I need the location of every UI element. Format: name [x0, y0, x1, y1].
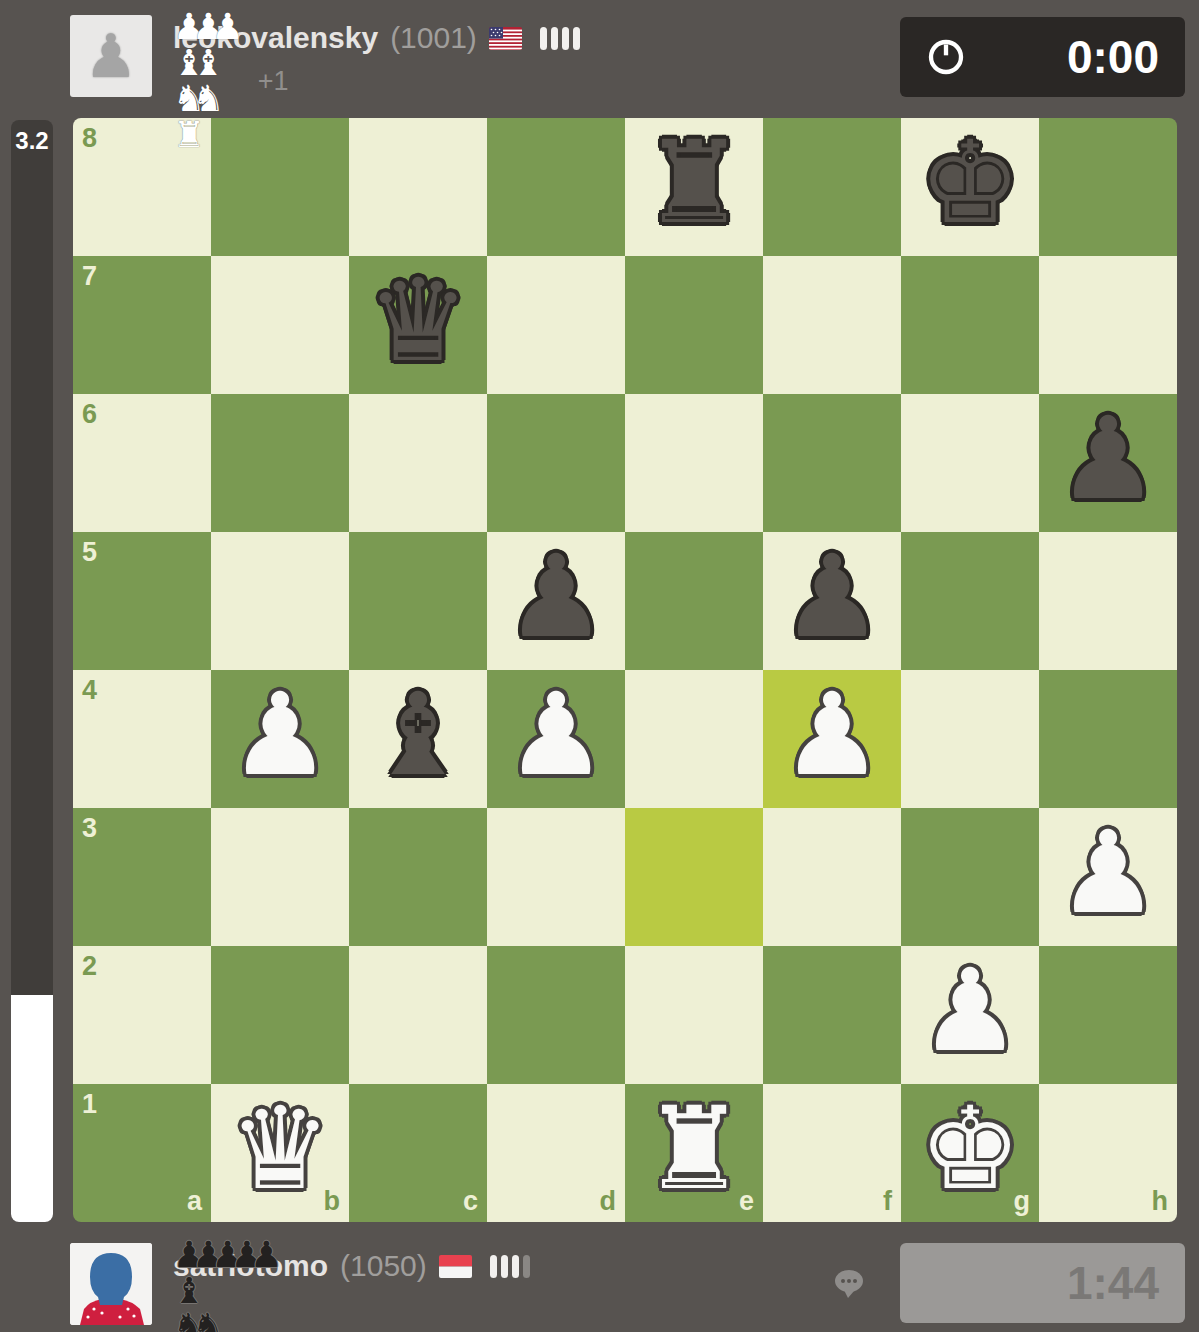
captured-bishop-icon: ♝ — [173, 1273, 205, 1309]
material-advantage: +1 — [258, 66, 289, 97]
rank-label-3: 3 — [82, 815, 97, 842]
square-h5[interactable] — [1039, 532, 1177, 670]
square-f6[interactable] — [763, 394, 901, 532]
square-a6[interactable]: 6 — [73, 394, 211, 532]
square-d8[interactable] — [487, 118, 625, 256]
square-a1[interactable]: 1a — [73, 1084, 211, 1222]
player-bottom-rating: (1050) — [340, 1249, 427, 1283]
captured-pawn-icon: ♟ — [250, 1237, 282, 1273]
square-e5[interactable] — [625, 532, 763, 670]
player-top-info: leokovalensky (1001) ♟♟♟♝♝♞♞♜ + — [173, 21, 580, 99]
captured-pawn-icon: ♟ — [212, 9, 244, 45]
file-label-c: c — [463, 1188, 478, 1215]
player-top-clock: 0:00 — [900, 17, 1185, 97]
signal-bar — [573, 27, 580, 50]
evaluation-bar-white-section — [11, 995, 53, 1222]
captured-group: ♝ — [173, 1273, 282, 1309]
square-f8[interactable] — [763, 118, 901, 256]
square-c1[interactable]: c — [349, 1084, 487, 1222]
captured-rook-icon: ♜ — [173, 117, 205, 153]
black-rook-e8[interactable]: ♜ — [643, 126, 745, 240]
square-b7[interactable] — [211, 256, 349, 394]
square-g2[interactable]: ♟ — [901, 946, 1039, 1084]
captured-group: ♟♟♟♟♟ — [173, 1237, 282, 1273]
indonesia-flag-icon — [439, 1255, 472, 1278]
square-e8[interactable]: ♜ — [625, 118, 763, 256]
square-c7[interactable]: ♛ — [349, 256, 487, 394]
clock-icon — [926, 37, 966, 77]
captured-group: ♝♝ — [173, 45, 244, 81]
square-f1[interactable]: f — [763, 1084, 901, 1222]
file-label-d: d — [600, 1188, 617, 1215]
square-g1[interactable]: g♚ — [901, 1084, 1039, 1222]
captured-group: ♟♟♟ — [173, 9, 244, 45]
white-queen-b1[interactable]: ♛ — [229, 1092, 331, 1206]
square-f4[interactable]: ♟ — [763, 670, 901, 808]
square-e1[interactable]: e♜ — [625, 1084, 763, 1222]
rank-label-2: 2 — [82, 953, 97, 980]
square-e4[interactable] — [625, 670, 763, 808]
square-d7[interactable] — [487, 256, 625, 394]
square-b3[interactable] — [211, 808, 349, 946]
square-h6[interactable]: ♟ — [1039, 394, 1177, 532]
square-a4[interactable]: 4 — [73, 670, 211, 808]
white-pawn-f4[interactable]: ♟ — [781, 678, 883, 792]
captured-group: ♞♞ — [173, 1309, 282, 1332]
square-c2[interactable] — [349, 946, 487, 1084]
square-c5[interactable] — [349, 532, 487, 670]
file-label-a: a — [187, 1188, 202, 1215]
square-d2[interactable] — [487, 946, 625, 1084]
rank-label-7: 7 — [82, 263, 97, 290]
player-top-connection-signal-icon — [540, 27, 580, 50]
chess-game-screen: 3.2 8♜♚7♛6♟5♟♟4♟♝♟♟3♟2♟1ab♛cde♜fg♚h ♟ le… — [0, 0, 1199, 1332]
signal-bar — [512, 1255, 519, 1278]
square-f3[interactable] — [763, 808, 901, 946]
white-pawn-b4[interactable]: ♟ — [229, 678, 331, 792]
signal-bar — [562, 27, 569, 50]
captured-knight-icon: ♞ — [192, 1309, 224, 1332]
square-h1[interactable]: h — [1039, 1084, 1177, 1222]
square-h2[interactable] — [1039, 946, 1177, 1084]
captured-black-pieces: ♟♟♟♟♟♝♞♞♜ — [173, 1237, 282, 1332]
square-f7[interactable] — [763, 256, 901, 394]
square-b6[interactable] — [211, 394, 349, 532]
file-label-h: h — [1152, 1188, 1169, 1215]
square-g7[interactable] — [901, 256, 1039, 394]
chess-board: 8♜♚7♛6♟5♟♟4♟♝♟♟3♟2♟1ab♛cde♜fg♚h — [73, 118, 1177, 1222]
square-e3[interactable] — [625, 808, 763, 946]
square-d3[interactable] — [487, 808, 625, 946]
white-rook-e1[interactable]: ♜ — [643, 1092, 745, 1206]
player-bottom-time: 1:44 — [900, 1256, 1185, 1310]
square-b4[interactable]: ♟ — [211, 670, 349, 808]
rank-label-8: 8 — [82, 125, 97, 152]
square-a3[interactable]: 3 — [73, 808, 211, 946]
square-a2[interactable]: 2 — [73, 946, 211, 1084]
player-bottom-clock: 1:44 — [900, 1243, 1185, 1323]
square-c6[interactable] — [349, 394, 487, 532]
captured-group: ♞♞ — [173, 81, 244, 117]
player-top-rating: (1001) — [390, 21, 477, 55]
square-d6[interactable] — [487, 394, 625, 532]
file-label-f: f — [883, 1188, 892, 1215]
square-g8[interactable]: ♚ — [901, 118, 1039, 256]
white-pawn-h3[interactable]: ♟ — [1057, 816, 1159, 930]
player-top-time: 0:00 — [966, 30, 1185, 84]
signal-bar — [540, 27, 547, 50]
evaluation-bar: 3.2 — [11, 120, 53, 1222]
square-g6[interactable] — [901, 394, 1039, 532]
square-h8[interactable] — [1039, 118, 1177, 256]
square-e7[interactable] — [625, 256, 763, 394]
square-g3[interactable] — [901, 808, 1039, 946]
square-a7[interactable]: 7 — [73, 256, 211, 394]
signal-bar — [501, 1255, 508, 1278]
square-b5[interactable] — [211, 532, 349, 670]
rank-label-5: 5 — [82, 539, 97, 566]
square-g4[interactable] — [901, 670, 1039, 808]
captured-white-pieces: ♟♟♟♝♝♞♞♜ — [173, 9, 244, 153]
square-f2[interactable] — [763, 946, 901, 1084]
rank-label-6: 6 — [82, 401, 97, 428]
evaluation-score: 3.2 — [11, 127, 53, 155]
square-h4[interactable] — [1039, 670, 1177, 808]
captured-knight-icon: ♞ — [192, 81, 224, 117]
square-h7[interactable] — [1039, 256, 1177, 394]
square-g5[interactable] — [901, 532, 1039, 670]
black-pawn-d5[interactable]: ♟ — [505, 540, 607, 654]
player-top-avatar[interactable]: ♟ — [70, 15, 152, 97]
square-d5[interactable]: ♟ — [487, 532, 625, 670]
square-c8[interactable] — [349, 118, 487, 256]
player-bottom-captured-pieces: ♟♟♟♟♟♝♞♞♜ — [173, 1291, 530, 1327]
rank-label-4: 4 — [82, 677, 97, 704]
white-pawn-d4[interactable]: ♟ — [505, 678, 607, 792]
square-e6[interactable] — [625, 394, 763, 532]
rank-label-1: 1 — [82, 1091, 97, 1118]
player-bottom-info: satriotomo (1050) ♟♟♟♟♟♝♞♞♜ — [173, 1249, 530, 1327]
black-pawn-f5[interactable]: ♟ — [781, 540, 883, 654]
black-pawn-h6[interactable]: ♟ — [1057, 402, 1159, 516]
pawn-avatar-icon: ♟ — [84, 21, 138, 91]
chat-bubble-icon[interactable] — [830, 1267, 870, 1301]
white-pawn-g2[interactable]: ♟ — [919, 954, 1021, 1068]
square-d4[interactable]: ♟ — [487, 670, 625, 808]
signal-bar — [551, 27, 558, 50]
person-avatar-icon — [70, 1243, 152, 1325]
square-h3[interactable]: ♟ — [1039, 808, 1177, 946]
black-queen-c7[interactable]: ♛ — [367, 264, 469, 378]
square-b1[interactable]: b♛ — [211, 1084, 349, 1222]
signal-bar — [490, 1255, 497, 1278]
square-a5[interactable]: 5 — [73, 532, 211, 670]
square-d1[interactable]: d — [487, 1084, 625, 1222]
black-king-g8[interactable]: ♚ — [919, 126, 1021, 240]
square-e2[interactable] — [625, 946, 763, 1084]
captured-bishop-icon: ♝ — [192, 45, 224, 81]
player-top-captured-pieces: ♟♟♟♝♝♞♞♜ +1 — [173, 63, 580, 99]
square-c3[interactable] — [349, 808, 487, 946]
captured-group: ♜ — [173, 117, 244, 153]
player-bottom-avatar[interactable] — [70, 1243, 152, 1325]
black-bishop-c4[interactable]: ♝ — [367, 678, 469, 792]
square-b2[interactable] — [211, 946, 349, 1084]
player-bottom-connection-signal-icon — [490, 1255, 530, 1278]
us-flag-icon — [489, 27, 522, 50]
signal-bar — [523, 1255, 530, 1278]
square-f5[interactable]: ♟ — [763, 532, 901, 670]
square-c4[interactable]: ♝ — [349, 670, 487, 808]
white-king-g1[interactable]: ♚ — [919, 1092, 1021, 1206]
